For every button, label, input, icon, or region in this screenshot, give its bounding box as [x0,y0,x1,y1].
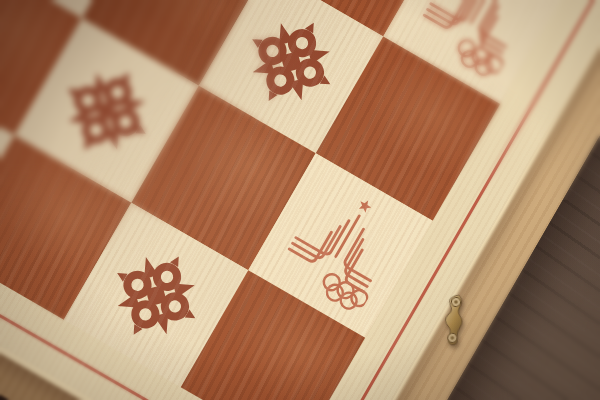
photo-scene [0,0,600,400]
cross-ornament-icon [92,231,220,359]
cross-ornament-icon [42,46,170,174]
cross-ornament-icon [227,0,355,125]
